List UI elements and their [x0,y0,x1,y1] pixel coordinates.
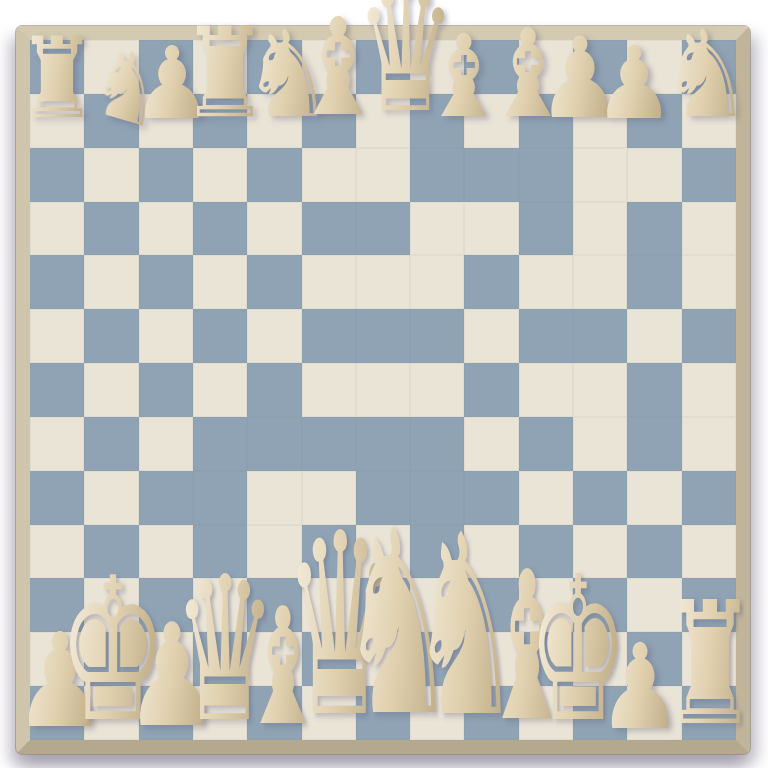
board-square[interactable] [139,148,193,202]
board-square[interactable] [356,255,410,309]
board-square[interactable] [627,471,681,525]
board-square[interactable] [627,202,681,256]
board-square[interactable] [30,309,84,363]
board-square[interactable] [573,471,627,525]
board-square[interactable] [302,417,356,471]
board-square[interactable] [247,417,301,471]
board-square[interactable] [247,255,301,309]
board-square[interactable] [84,255,138,309]
board-square[interactable] [627,148,681,202]
board-square[interactable] [519,417,573,471]
board-square[interactable] [573,148,627,202]
board-square[interactable] [356,363,410,417]
chess-board-scene: ♜♞♟♜♞♝♛♝♝♟♟♞♟♚♟♛♝♛♞♞♝♚♟♜ [0,0,768,768]
board-square[interactable] [410,255,464,309]
board-square[interactable] [193,202,247,256]
board-square[interactable] [410,417,464,471]
board-square[interactable] [30,148,84,202]
board-square[interactable] [519,309,573,363]
board-square[interactable] [682,309,736,363]
board-square[interactable] [573,363,627,417]
board-square[interactable] [84,417,138,471]
board-square[interactable] [573,417,627,471]
board-square[interactable] [30,471,84,525]
board-square[interactable] [573,255,627,309]
board-square[interactable] [84,202,138,256]
board-square[interactable] [247,363,301,417]
board-square[interactable] [464,417,518,471]
board-square[interactable] [193,309,247,363]
board-square[interactable] [139,417,193,471]
board-square[interactable] [139,309,193,363]
board-square[interactable] [193,148,247,202]
board-square[interactable] [139,363,193,417]
board-square[interactable] [682,417,736,471]
board-square[interactable] [247,309,301,363]
board-square[interactable] [519,255,573,309]
board-square[interactable] [193,363,247,417]
board-square[interactable] [627,255,681,309]
board-square[interactable] [682,363,736,417]
board-square[interactable] [356,202,410,256]
board-square[interactable] [682,471,736,525]
board-square[interactable] [410,309,464,363]
board-square[interactable] [356,417,410,471]
board-square[interactable] [519,471,573,525]
board-square[interactable] [519,148,573,202]
board-square[interactable] [84,471,138,525]
board-square[interactable] [302,202,356,256]
board-square[interactable] [464,148,518,202]
board-square[interactable] [410,363,464,417]
board-square[interactable] [139,255,193,309]
board-square[interactable] [573,202,627,256]
board-square[interactable] [193,255,247,309]
board-square[interactable] [356,148,410,202]
board-square[interactable] [464,309,518,363]
board-square[interactable] [464,363,518,417]
board-square[interactable] [410,202,464,256]
board-square[interactable] [627,417,681,471]
board-square[interactable] [302,148,356,202]
board-square[interactable] [84,148,138,202]
top-piece-knight[interactable]: ♞ [660,20,751,130]
board-square[interactable] [30,363,84,417]
board-square[interactable] [682,255,736,309]
board-square[interactable] [302,363,356,417]
board-square[interactable] [519,363,573,417]
board-square[interactable] [302,255,356,309]
board-square[interactable] [464,255,518,309]
board-square[interactable] [682,148,736,202]
board-square[interactable] [30,417,84,471]
board-square[interactable] [193,417,247,471]
board-square[interactable] [84,363,138,417]
board-square[interactable] [410,148,464,202]
board-square[interactable] [30,255,84,309]
board-square[interactable] [302,309,356,363]
board-square[interactable] [84,309,138,363]
board-square[interactable] [30,202,84,256]
board-square[interactable] [247,202,301,256]
board-square[interactable] [193,471,247,525]
board-square[interactable] [682,202,736,256]
board-square[interactable] [356,309,410,363]
board-square[interactable] [464,202,518,256]
board-square[interactable] [627,363,681,417]
bottom-piece-rook[interactable]: ♜ [663,586,757,742]
board-square[interactable] [573,309,627,363]
board-square[interactable] [627,309,681,363]
board-square[interactable] [247,148,301,202]
board-square[interactable] [139,471,193,525]
board-square[interactable] [139,202,193,256]
board-square[interactable] [519,202,573,256]
